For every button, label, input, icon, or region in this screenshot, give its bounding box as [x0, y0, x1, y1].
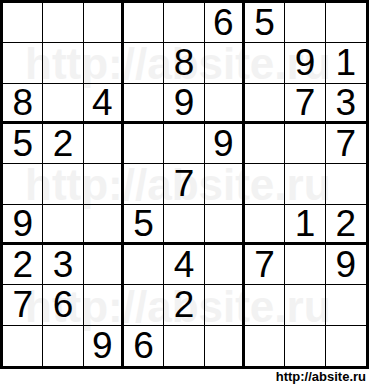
cell-r4c7[interactable] [245, 124, 285, 164]
site-caption: http://absite.ru [0, 369, 369, 384]
cell-r2c6[interactable] [205, 43, 245, 83]
cell-r1c2[interactable] [43, 3, 83, 43]
cell-r4c2: 2 [43, 124, 83, 164]
cell-r8c8[interactable] [285, 285, 325, 325]
cell-r8c3[interactable] [84, 285, 124, 325]
cell-r8c9[interactable] [326, 285, 366, 325]
cell-r5c1[interactable] [3, 164, 43, 204]
cell-r5c7[interactable] [245, 164, 285, 204]
cell-r5c8[interactable] [285, 164, 325, 204]
cell-r3c1: 8 [3, 84, 43, 124]
cell-r1c1[interactable] [3, 3, 43, 43]
cell-r2c3[interactable] [84, 43, 124, 83]
cell-r5c5: 7 [164, 164, 204, 204]
cell-r1c3[interactable] [84, 3, 124, 43]
cell-r1c5[interactable] [164, 3, 204, 43]
cell-r8c2: 6 [43, 285, 83, 325]
cell-r4c6: 9 [205, 124, 245, 164]
cell-r7c9: 9 [326, 245, 366, 285]
cell-r4c5[interactable] [164, 124, 204, 164]
cell-r3c2[interactable] [43, 84, 83, 124]
cell-r9c4: 6 [124, 326, 164, 366]
cell-r9c9[interactable] [326, 326, 366, 366]
cell-r9c1[interactable] [3, 326, 43, 366]
cell-r1c6: 6 [205, 3, 245, 43]
cell-r6c8: 1 [285, 205, 325, 245]
cell-r6c2[interactable] [43, 205, 83, 245]
cell-r3c9: 3 [326, 84, 366, 124]
cell-r9c8[interactable] [285, 326, 325, 366]
cell-r8c1: 7 [3, 285, 43, 325]
cell-r8c6[interactable] [205, 285, 245, 325]
cell-r6c5[interactable] [164, 205, 204, 245]
cell-r6c6[interactable] [205, 205, 245, 245]
cell-r1c8[interactable] [285, 3, 325, 43]
cell-r2c8: 9 [285, 43, 325, 83]
cell-r3c7[interactable] [245, 84, 285, 124]
sudoku-board: http://absite.ru http://absite.ru http:/… [0, 0, 369, 369]
cell-r8c4[interactable] [124, 285, 164, 325]
cell-r8c7[interactable] [245, 285, 285, 325]
sudoku-page: http://absite.ru http://absite.ru http:/… [0, 0, 369, 384]
cell-r7c2: 3 [43, 245, 83, 285]
cell-r9c5[interactable] [164, 326, 204, 366]
cell-r9c6[interactable] [205, 326, 245, 366]
cell-r4c8[interactable] [285, 124, 325, 164]
cell-r3c8: 7 [285, 84, 325, 124]
cell-r5c6[interactable] [205, 164, 245, 204]
cell-r5c9[interactable] [326, 164, 366, 204]
cell-r4c1: 5 [3, 124, 43, 164]
cell-r3c6[interactable] [205, 84, 245, 124]
cell-r6c7[interactable] [245, 205, 285, 245]
cell-r5c4[interactable] [124, 164, 164, 204]
cell-r7c6[interactable] [205, 245, 245, 285]
cell-r3c5: 9 [164, 84, 204, 124]
cell-r2c2[interactable] [43, 43, 83, 83]
cell-r7c4[interactable] [124, 245, 164, 285]
cell-r9c7[interactable] [245, 326, 285, 366]
cell-r3c3: 4 [84, 84, 124, 124]
cell-r6c9: 2 [326, 205, 366, 245]
cell-r6c3[interactable] [84, 205, 124, 245]
cell-r5c2[interactable] [43, 164, 83, 204]
cell-r9c3: 9 [84, 326, 124, 366]
cell-r7c3[interactable] [84, 245, 124, 285]
cell-r7c8[interactable] [285, 245, 325, 285]
cell-r1c4[interactable] [124, 3, 164, 43]
cell-r1c9[interactable] [326, 3, 366, 43]
cell-r2c9: 1 [326, 43, 366, 83]
cell-r8c5: 2 [164, 285, 204, 325]
cell-r7c7: 7 [245, 245, 285, 285]
cell-r2c7[interactable] [245, 43, 285, 83]
cell-r2c4[interactable] [124, 43, 164, 83]
cell-r9c2[interactable] [43, 326, 83, 366]
cell-r2c5: 8 [164, 43, 204, 83]
cell-r6c4: 5 [124, 205, 164, 245]
cell-r3c4[interactable] [124, 84, 164, 124]
cell-r7c1: 2 [3, 245, 43, 285]
cell-r4c4[interactable] [124, 124, 164, 164]
cell-r1c7: 5 [245, 3, 285, 43]
cell-r7c5: 4 [164, 245, 204, 285]
cell-r2c1[interactable] [3, 43, 43, 83]
cell-r6c1: 9 [3, 205, 43, 245]
cell-r4c9: 7 [326, 124, 366, 164]
cell-r5c3[interactable] [84, 164, 124, 204]
cell-r4c3[interactable] [84, 124, 124, 164]
